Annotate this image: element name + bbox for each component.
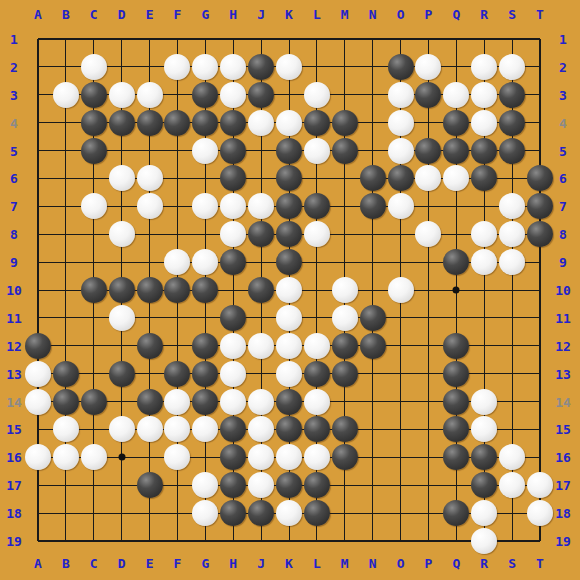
column-label-bottom: F — [174, 557, 182, 570]
column-label-bottom: R — [480, 557, 488, 570]
black-stone[interactable] — [304, 361, 330, 387]
column-label-bottom: E — [146, 557, 154, 570]
black-stone[interactable] — [304, 472, 330, 498]
white-stone[interactable] — [248, 110, 274, 136]
black-stone[interactable] — [248, 500, 274, 526]
column-label-bottom: D — [118, 557, 126, 570]
black-stone[interactable] — [388, 54, 414, 80]
row-label-right: 4 — [559, 116, 567, 129]
white-stone[interactable] — [220, 221, 246, 247]
row-label-right: 15 — [555, 423, 571, 436]
column-label-bottom: A — [34, 557, 42, 570]
black-stone[interactable] — [220, 305, 246, 331]
column-label-top: G — [201, 8, 209, 21]
column-label-top: Q — [452, 8, 460, 21]
white-stone[interactable] — [109, 416, 135, 442]
black-stone[interactable] — [443, 138, 469, 164]
black-stone[interactable] — [220, 138, 246, 164]
white-stone[interactable] — [137, 416, 163, 442]
black-stone[interactable] — [137, 333, 163, 359]
black-stone[interactable] — [137, 110, 163, 136]
column-label-top: P — [425, 8, 433, 21]
white-stone[interactable] — [304, 82, 330, 108]
black-stone[interactable] — [137, 389, 163, 415]
white-stone[interactable] — [499, 221, 525, 247]
white-stone[interactable] — [220, 361, 246, 387]
grid-line-vertical — [372, 39, 373, 541]
black-stone[interactable] — [527, 193, 553, 219]
white-stone[interactable] — [137, 165, 163, 191]
black-stone[interactable] — [360, 193, 386, 219]
white-stone[interactable] — [81, 193, 107, 219]
white-stone[interactable] — [388, 193, 414, 219]
grid-line-horizontal — [38, 540, 540, 542]
row-label-left: 13 — [6, 367, 22, 380]
white-stone[interactable] — [499, 54, 525, 80]
white-stone[interactable] — [220, 54, 246, 80]
black-stone[interactable] — [443, 416, 469, 442]
row-label-right: 8 — [559, 228, 567, 241]
row-label-right: 3 — [559, 88, 567, 101]
column-label-top: M — [341, 8, 349, 21]
row-label-left: 4 — [10, 116, 18, 129]
black-stone[interactable] — [471, 444, 497, 470]
black-stone[interactable] — [192, 361, 218, 387]
black-stone[interactable] — [443, 500, 469, 526]
black-stone[interactable] — [304, 193, 330, 219]
row-label-left: 16 — [6, 451, 22, 464]
white-stone[interactable] — [164, 444, 190, 470]
black-stone[interactable] — [332, 444, 358, 470]
row-label-left: 5 — [10, 144, 18, 157]
row-label-right: 13 — [555, 367, 571, 380]
black-stone[interactable] — [192, 110, 218, 136]
white-stone[interactable] — [304, 221, 330, 247]
column-label-top: D — [118, 8, 126, 21]
row-label-right: 7 — [559, 200, 567, 213]
column-label-bottom: P — [425, 557, 433, 570]
row-label-right: 18 — [555, 507, 571, 520]
white-stone[interactable] — [192, 416, 218, 442]
white-stone[interactable] — [304, 138, 330, 164]
go-board: AABBCCDDEEFFGGHHJJKKLLMMNNOOPPQQRRSSTT11… — [0, 0, 580, 580]
white-stone[interactable] — [248, 389, 274, 415]
black-stone[interactable] — [25, 333, 51, 359]
black-stone[interactable] — [415, 138, 441, 164]
white-stone[interactable] — [499, 249, 525, 275]
black-stone[interactable] — [360, 305, 386, 331]
row-label-left: 9 — [10, 256, 18, 269]
row-label-right: 6 — [559, 172, 567, 185]
row-label-left: 19 — [6, 535, 22, 548]
column-label-top: K — [285, 8, 293, 21]
white-stone[interactable] — [164, 54, 190, 80]
white-stone[interactable] — [248, 193, 274, 219]
black-stone[interactable] — [332, 138, 358, 164]
black-stone[interactable] — [276, 249, 302, 275]
row-label-right: 17 — [555, 479, 571, 492]
column-label-bottom: H — [229, 557, 237, 570]
black-stone[interactable] — [137, 472, 163, 498]
black-stone[interactable] — [109, 277, 135, 303]
white-stone[interactable] — [137, 193, 163, 219]
white-stone[interactable] — [304, 389, 330, 415]
column-label-top: E — [146, 8, 154, 21]
white-stone[interactable] — [276, 361, 302, 387]
white-stone[interactable] — [443, 165, 469, 191]
white-stone[interactable] — [304, 333, 330, 359]
white-stone[interactable] — [109, 82, 135, 108]
black-stone[interactable] — [192, 82, 218, 108]
white-stone[interactable] — [499, 472, 525, 498]
column-label-bottom: Q — [452, 557, 460, 570]
black-stone[interactable] — [443, 249, 469, 275]
black-stone[interactable] — [220, 472, 246, 498]
row-label-right: 14 — [555, 395, 571, 408]
black-stone[interactable] — [276, 472, 302, 498]
white-stone[interactable] — [527, 500, 553, 526]
star-point-marker — [118, 454, 125, 461]
white-stone[interactable] — [192, 54, 218, 80]
column-label-bottom: B — [62, 557, 70, 570]
black-stone[interactable] — [81, 277, 107, 303]
white-stone[interactable] — [415, 221, 441, 247]
black-stone[interactable] — [53, 389, 79, 415]
white-stone[interactable] — [81, 54, 107, 80]
column-label-top: O — [397, 8, 405, 21]
black-stone[interactable] — [304, 500, 330, 526]
white-stone[interactable] — [471, 221, 497, 247]
white-stone[interactable] — [276, 305, 302, 331]
white-stone[interactable] — [471, 500, 497, 526]
row-label-right: 19 — [555, 535, 571, 548]
black-stone[interactable] — [81, 110, 107, 136]
row-label-right: 10 — [555, 284, 571, 297]
column-label-top: L — [313, 8, 321, 21]
black-stone[interactable] — [443, 361, 469, 387]
grid-line-vertical — [428, 39, 429, 541]
black-stone[interactable] — [109, 110, 135, 136]
white-stone[interactable] — [220, 82, 246, 108]
column-label-bottom: T — [536, 557, 544, 570]
column-label-top: J — [257, 8, 265, 21]
white-stone[interactable] — [276, 444, 302, 470]
white-stone[interactable] — [471, 54, 497, 80]
row-label-left: 2 — [10, 60, 18, 73]
black-stone[interactable] — [220, 444, 246, 470]
white-stone[interactable] — [164, 416, 190, 442]
white-stone[interactable] — [471, 389, 497, 415]
black-stone[interactable] — [248, 221, 274, 247]
row-label-left: 10 — [6, 284, 22, 297]
black-stone[interactable] — [192, 277, 218, 303]
white-stone[interactable] — [332, 277, 358, 303]
black-stone[interactable] — [443, 444, 469, 470]
white-stone[interactable] — [164, 389, 190, 415]
black-stone[interactable] — [527, 221, 553, 247]
black-stone[interactable] — [137, 277, 163, 303]
white-stone[interactable] — [499, 444, 525, 470]
white-stone[interactable] — [25, 361, 51, 387]
white-stone[interactable] — [248, 416, 274, 442]
white-stone[interactable] — [471, 110, 497, 136]
white-stone[interactable] — [388, 277, 414, 303]
black-stone[interactable] — [220, 249, 246, 275]
row-label-left: 17 — [6, 479, 22, 492]
black-stone[interactable] — [164, 277, 190, 303]
white-stone[interactable] — [471, 416, 497, 442]
black-stone[interactable] — [471, 138, 497, 164]
black-stone[interactable] — [388, 165, 414, 191]
white-stone[interactable] — [109, 221, 135, 247]
column-label-top: H — [229, 8, 237, 21]
white-stone[interactable] — [471, 82, 497, 108]
black-stone[interactable] — [164, 110, 190, 136]
black-stone[interactable] — [276, 165, 302, 191]
row-label-left: 6 — [10, 172, 18, 185]
white-stone[interactable] — [248, 472, 274, 498]
black-stone[interactable] — [53, 361, 79, 387]
white-stone[interactable] — [137, 82, 163, 108]
black-stone[interactable] — [471, 472, 497, 498]
white-stone[interactable] — [248, 444, 274, 470]
column-label-bottom: C — [90, 557, 98, 570]
white-stone[interactable] — [220, 389, 246, 415]
row-label-right: 2 — [559, 60, 567, 73]
star-point-marker — [453, 287, 460, 294]
black-stone[interactable] — [527, 165, 553, 191]
white-stone[interactable] — [248, 333, 274, 359]
white-stone[interactable] — [276, 333, 302, 359]
row-label-right: 12 — [555, 339, 571, 352]
row-label-left: 12 — [6, 339, 22, 352]
white-stone[interactable] — [415, 54, 441, 80]
black-stone[interactable] — [81, 389, 107, 415]
black-stone[interactable] — [192, 333, 218, 359]
column-label-bottom: S — [508, 557, 516, 570]
black-stone[interactable] — [220, 165, 246, 191]
column-label-bottom: J — [257, 557, 265, 570]
black-stone[interactable] — [499, 138, 525, 164]
white-stone[interactable] — [81, 444, 107, 470]
white-stone[interactable] — [388, 110, 414, 136]
black-stone[interactable] — [499, 82, 525, 108]
column-label-top: N — [369, 8, 377, 21]
black-stone[interactable] — [304, 416, 330, 442]
white-stone[interactable] — [109, 305, 135, 331]
black-stone[interactable] — [248, 82, 274, 108]
black-stone[interactable] — [220, 110, 246, 136]
grid-line-vertical — [539, 39, 541, 541]
white-stone[interactable] — [192, 249, 218, 275]
column-label-bottom: L — [313, 557, 321, 570]
white-stone[interactable] — [499, 193, 525, 219]
black-stone[interactable] — [360, 333, 386, 359]
black-stone[interactable] — [332, 110, 358, 136]
black-stone[interactable] — [276, 389, 302, 415]
black-stone[interactable] — [276, 221, 302, 247]
black-stone[interactable] — [109, 361, 135, 387]
row-label-right: 5 — [559, 144, 567, 157]
row-label-right: 1 — [559, 33, 567, 46]
white-stone[interactable] — [304, 444, 330, 470]
column-label-top: B — [62, 8, 70, 21]
white-stone[interactable] — [527, 472, 553, 498]
row-label-left: 15 — [6, 423, 22, 436]
column-label-top: C — [90, 8, 98, 21]
white-stone[interactable] — [388, 82, 414, 108]
white-stone[interactable] — [332, 305, 358, 331]
white-stone[interactable] — [276, 500, 302, 526]
black-stone[interactable] — [192, 389, 218, 415]
white-stone[interactable] — [192, 472, 218, 498]
white-stone[interactable] — [192, 138, 218, 164]
white-stone[interactable] — [53, 444, 79, 470]
white-stone[interactable] — [109, 165, 135, 191]
white-stone[interactable] — [164, 249, 190, 275]
row-label-left: 11 — [6, 311, 22, 324]
column-label-top: R — [480, 8, 488, 21]
black-stone[interactable] — [415, 82, 441, 108]
black-stone[interactable] — [332, 333, 358, 359]
row-label-left: 18 — [6, 507, 22, 520]
black-stone[interactable] — [360, 165, 386, 191]
black-stone[interactable] — [248, 54, 274, 80]
row-label-left: 14 — [6, 395, 22, 408]
black-stone[interactable] — [164, 361, 190, 387]
column-label-top: S — [508, 8, 516, 21]
black-stone[interactable] — [81, 138, 107, 164]
black-stone[interactable] — [471, 165, 497, 191]
white-stone[interactable] — [220, 333, 246, 359]
white-stone[interactable] — [276, 54, 302, 80]
column-label-top: F — [174, 8, 182, 21]
row-label-right: 11 — [555, 311, 571, 324]
white-stone[interactable] — [415, 165, 441, 191]
black-stone[interactable] — [220, 500, 246, 526]
black-stone[interactable] — [443, 110, 469, 136]
black-stone[interactable] — [332, 361, 358, 387]
row-label-right: 16 — [555, 451, 571, 464]
column-label-bottom: K — [285, 557, 293, 570]
white-stone[interactable] — [53, 82, 79, 108]
black-stone[interactable] — [276, 138, 302, 164]
column-label-bottom: O — [397, 557, 405, 570]
white-stone[interactable] — [220, 193, 246, 219]
white-stone[interactable] — [443, 82, 469, 108]
row-label-right: 9 — [559, 256, 567, 269]
row-label-left: 1 — [10, 33, 18, 46]
black-stone[interactable] — [220, 416, 246, 442]
column-label-top: A — [34, 8, 42, 21]
black-stone[interactable] — [276, 416, 302, 442]
white-stone[interactable] — [53, 416, 79, 442]
black-stone[interactable] — [332, 416, 358, 442]
black-stone[interactable] — [248, 277, 274, 303]
row-label-left: 8 — [10, 228, 18, 241]
black-stone[interactable] — [499, 110, 525, 136]
black-stone[interactable] — [276, 193, 302, 219]
white-stone[interactable] — [192, 500, 218, 526]
black-stone[interactable] — [304, 110, 330, 136]
row-label-left: 3 — [10, 88, 18, 101]
white-stone[interactable] — [388, 138, 414, 164]
row-label-left: 7 — [10, 200, 18, 213]
white-stone[interactable] — [192, 193, 218, 219]
column-label-bottom: N — [369, 557, 377, 570]
column-label-bottom: G — [201, 557, 209, 570]
white-stone[interactable] — [276, 277, 302, 303]
white-stone[interactable] — [25, 444, 51, 470]
white-stone[interactable] — [471, 249, 497, 275]
white-stone[interactable] — [276, 110, 302, 136]
black-stone[interactable] — [81, 82, 107, 108]
column-label-top: T — [536, 8, 544, 21]
black-stone[interactable] — [443, 333, 469, 359]
white-stone[interactable] — [25, 389, 51, 415]
column-label-bottom: M — [341, 557, 349, 570]
black-stone[interactable] — [443, 389, 469, 415]
white-stone[interactable] — [471, 528, 497, 554]
